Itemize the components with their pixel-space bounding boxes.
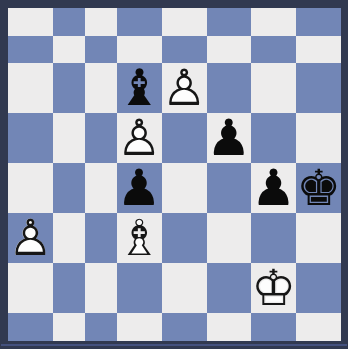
square-d5[interactable]: ♟♙ bbox=[117, 113, 162, 163]
square-c1[interactable] bbox=[85, 313, 117, 341]
black-piece-glyph: ♚ bbox=[296, 163, 341, 213]
square-g3[interactable] bbox=[251, 213, 296, 263]
square-a4[interactable] bbox=[8, 163, 53, 213]
square-e5[interactable] bbox=[162, 113, 207, 163]
square-f4[interactable] bbox=[207, 163, 252, 213]
square-f3[interactable] bbox=[207, 213, 252, 263]
white-king-g2[interactable]: ♚♔ bbox=[251, 263, 296, 313]
square-h4[interactable]: ♚ bbox=[296, 163, 341, 213]
black-pawn-f5[interactable]: ♟ bbox=[207, 113, 252, 163]
black-bishop-d6[interactable]: ♝ bbox=[117, 63, 162, 113]
square-a3[interactable]: ♟♙ bbox=[8, 213, 53, 263]
black-pawn-g4[interactable]: ♟ bbox=[251, 163, 296, 213]
square-f1[interactable] bbox=[207, 313, 252, 341]
square-e8[interactable] bbox=[162, 8, 207, 36]
white-piece-outline: ♙ bbox=[117, 113, 162, 163]
square-h6[interactable] bbox=[296, 63, 341, 113]
square-a6[interactable] bbox=[8, 63, 53, 113]
square-a7[interactable] bbox=[8, 36, 53, 64]
black-pawn-d4[interactable]: ♟ bbox=[117, 163, 162, 213]
square-h1[interactable] bbox=[296, 313, 341, 341]
square-d1[interactable] bbox=[117, 313, 162, 341]
square-f6[interactable] bbox=[207, 63, 252, 113]
white-pawn-e6[interactable]: ♟♙ bbox=[162, 63, 207, 113]
square-c6[interactable] bbox=[85, 63, 117, 113]
square-h7[interactable] bbox=[296, 36, 341, 64]
chessboard-frame: ♝♟♙♟♙♟♟♟♚♟♙♝♗♚♔ bbox=[0, 0, 348, 349]
square-d8[interactable] bbox=[117, 8, 162, 36]
square-b3[interactable] bbox=[53, 213, 85, 263]
square-g8[interactable] bbox=[251, 8, 296, 36]
square-g4[interactable]: ♟ bbox=[251, 163, 296, 213]
white-bishop-d3[interactable]: ♝♗ bbox=[117, 213, 162, 263]
black-piece-glyph: ♝ bbox=[117, 63, 162, 113]
black-piece-glyph: ♟ bbox=[207, 113, 252, 163]
square-b2[interactable] bbox=[53, 263, 85, 313]
square-b1[interactable] bbox=[53, 313, 85, 341]
square-h8[interactable] bbox=[296, 8, 341, 36]
black-piece-glyph: ♟ bbox=[117, 163, 162, 213]
square-c8[interactable] bbox=[85, 8, 117, 36]
square-h3[interactable] bbox=[296, 213, 341, 263]
white-piece-outline: ♙ bbox=[162, 63, 207, 113]
square-e4[interactable] bbox=[162, 163, 207, 213]
square-c7[interactable] bbox=[85, 36, 117, 64]
white-pawn-a3[interactable]: ♟♙ bbox=[8, 213, 53, 263]
square-e6[interactable]: ♟♙ bbox=[162, 63, 207, 113]
square-f2[interactable] bbox=[207, 263, 252, 313]
square-g6[interactable] bbox=[251, 63, 296, 113]
black-king-h4[interactable]: ♚ bbox=[296, 163, 341, 213]
square-a8[interactable] bbox=[8, 8, 53, 36]
white-piece-outline: ♔ bbox=[251, 263, 296, 313]
square-b5[interactable] bbox=[53, 113, 85, 163]
square-g1[interactable] bbox=[251, 313, 296, 341]
square-d6[interactable]: ♝ bbox=[117, 63, 162, 113]
square-d3[interactable]: ♝♗ bbox=[117, 213, 162, 263]
square-c3[interactable] bbox=[85, 213, 117, 263]
square-f8[interactable] bbox=[207, 8, 252, 36]
square-a5[interactable] bbox=[8, 113, 53, 163]
square-b7[interactable] bbox=[53, 36, 85, 64]
square-h2[interactable] bbox=[296, 263, 341, 313]
square-b8[interactable] bbox=[53, 8, 85, 36]
square-g5[interactable] bbox=[251, 113, 296, 163]
frame-bottom-highlight bbox=[1, 344, 347, 346]
white-piece-outline: ♗ bbox=[117, 213, 162, 263]
square-c2[interactable] bbox=[85, 263, 117, 313]
white-pawn-d5[interactable]: ♟♙ bbox=[117, 113, 162, 163]
black-piece-glyph: ♟ bbox=[251, 163, 296, 213]
square-c5[interactable] bbox=[85, 113, 117, 163]
square-e3[interactable] bbox=[162, 213, 207, 263]
square-d2[interactable] bbox=[117, 263, 162, 313]
square-c4[interactable] bbox=[85, 163, 117, 213]
square-b6[interactable] bbox=[53, 63, 85, 113]
square-g2[interactable]: ♚♔ bbox=[251, 263, 296, 313]
chess-board: ♝♟♙♟♙♟♟♟♚♟♙♝♗♚♔ bbox=[8, 8, 341, 341]
square-e1[interactable] bbox=[162, 313, 207, 341]
square-b4[interactable] bbox=[53, 163, 85, 213]
square-d4[interactable]: ♟ bbox=[117, 163, 162, 213]
square-f5[interactable]: ♟ bbox=[207, 113, 252, 163]
square-g7[interactable] bbox=[251, 36, 296, 64]
square-a1[interactable] bbox=[8, 313, 53, 341]
square-a2[interactable] bbox=[8, 263, 53, 313]
square-h5[interactable] bbox=[296, 113, 341, 163]
square-e2[interactable] bbox=[162, 263, 207, 313]
white-piece-outline: ♙ bbox=[8, 213, 53, 263]
square-f7[interactable] bbox=[207, 36, 252, 64]
